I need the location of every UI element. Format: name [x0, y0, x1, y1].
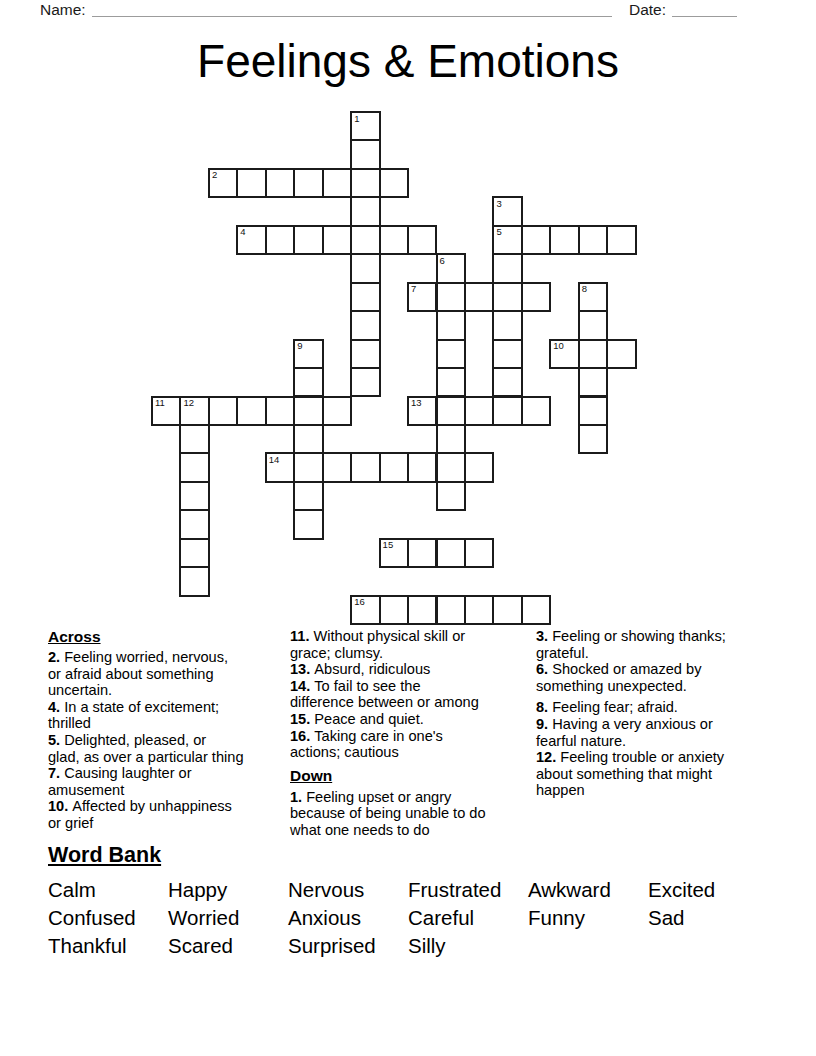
- grid-cell[interactable]: [179, 481, 209, 511]
- puzzle-title: Feelings & Emotions: [0, 33, 816, 89]
- clue-down-6: 6.Shocked or amazed by something unexpec…: [536, 661, 772, 694]
- grid-cell[interactable]: [379, 168, 409, 198]
- grid-cell[interactable]: [578, 225, 608, 255]
- grid-cell[interactable]: [407, 595, 437, 625]
- grid-cell[interactable]: [350, 225, 380, 255]
- grid-cell[interactable]: [436, 310, 466, 340]
- grid-cell[interactable]: [350, 367, 380, 397]
- grid-cell[interactable]: [179, 424, 209, 454]
- grid-cell[interactable]: [492, 310, 522, 340]
- word-bank-word: Calm: [48, 876, 168, 904]
- clue-number: 12.: [536, 749, 556, 765]
- word-bank-word: Surprised: [288, 932, 408, 960]
- grid-cell[interactable]: [236, 396, 266, 426]
- clue-across-5: 5.Delighted, pleased, or glad, as over a…: [48, 732, 290, 765]
- grid-cell[interactable]: [293, 481, 323, 511]
- clue-down-8: 8.Feeling fear; afraid.: [536, 699, 772, 716]
- grid-cell[interactable]: [179, 538, 209, 568]
- word-bank-word: Scared: [168, 932, 288, 960]
- grid-cell[interactable]: [350, 310, 380, 340]
- clue-across-7: 7.Causing laughter or amusement: [48, 765, 290, 798]
- grid-cell[interactable]: [179, 509, 209, 539]
- clue-across-2: 2.Feeling worried, nervous, or afraid ab…: [48, 649, 290, 699]
- cell-number: 8: [582, 284, 587, 294]
- cell-number: 15: [383, 540, 394, 550]
- clue-down-12: 12.Feeling trouble or anxiety about some…: [536, 749, 772, 799]
- clue-down-9: 9.Having a very anxious or fearful natur…: [536, 716, 772, 749]
- grid-cell[interactable]: [407, 538, 437, 568]
- word-bank-word: Excited: [648, 876, 768, 904]
- clue-text: Absurd, ridiculous: [314, 661, 430, 677]
- clue-across-14: 14.To fail to see the difference between…: [290, 678, 536, 711]
- clue-number: 13.: [290, 661, 310, 677]
- word-bank-section: Word Bank CalmHappyNervousFrustratedAwkw…: [48, 843, 768, 960]
- word-bank-word: Silly: [408, 932, 528, 960]
- grid-cell[interactable]: [379, 225, 409, 255]
- clue-text: Feeling fear; afraid.: [552, 699, 678, 715]
- grid-cell[interactable]: [464, 595, 494, 625]
- grid-cell[interactable]: [236, 168, 266, 198]
- grid-cell[interactable]: [379, 452, 409, 482]
- clue-text: In a state of excitement; thrilled: [48, 699, 219, 732]
- clue-number: 5.: [48, 732, 60, 748]
- clue-text: Taking care in one's actions; cautious: [290, 728, 443, 761]
- clue-across-4: 4.In a state of excitement; thrilled: [48, 699, 290, 732]
- clue-column-2: 11.Without physical skill or grace; clum…: [290, 628, 536, 839]
- grid-cell[interactable]: [350, 168, 380, 198]
- grid-cell[interactable]: [492, 339, 522, 369]
- word-bank-word: Nervous: [288, 876, 408, 904]
- clue-text: Feeling or showing thanks; grateful.: [536, 628, 726, 661]
- grid-cell[interactable]: [436, 424, 466, 454]
- clues-section: Across2.Feeling worried, nervous, or afr…: [48, 628, 772, 839]
- grid-cell[interactable]: [549, 225, 579, 255]
- date-input-line[interactable]: [672, 3, 737, 17]
- grid-cell[interactable]: [578, 396, 608, 426]
- grid-cell[interactable]: [521, 396, 551, 426]
- grid-cell[interactable]: [578, 310, 608, 340]
- clue-number: 8.: [536, 699, 548, 715]
- grid-cell[interactable]: [492, 595, 522, 625]
- grid-cell[interactable]: [265, 168, 295, 198]
- grid-cell[interactable]: [436, 595, 466, 625]
- grid-cell[interactable]: [578, 339, 608, 369]
- grid-cell[interactable]: [293, 452, 323, 482]
- cell-number: 2: [212, 170, 217, 180]
- clue-number: 7.: [48, 765, 60, 781]
- grid-cell[interactable]: [179, 566, 209, 596]
- grid-cell[interactable]: [208, 396, 238, 426]
- cell-number: 10: [553, 341, 564, 351]
- clue-down-1: 1.Feeling upset or angry because of bein…: [290, 789, 536, 839]
- grid-cell[interactable]: [521, 595, 551, 625]
- grid-cell[interactable]: [265, 396, 295, 426]
- worksheet-page: Name: Date: Feelings & Emotions 12345678…: [0, 0, 816, 1056]
- clue-across-16: 16.Taking care in one's actions; cautiou…: [290, 728, 536, 761]
- word-bank-word: Frustrated: [408, 876, 528, 904]
- clue-number: 15.: [290, 711, 310, 727]
- grid-cell[interactable]: [492, 396, 522, 426]
- grid-cell[interactable]: [322, 396, 352, 426]
- grid-cell[interactable]: [578, 367, 608, 397]
- clue-number: 9.: [536, 716, 548, 732]
- grid-cell[interactable]: [293, 225, 323, 255]
- cell-number: 3: [496, 199, 501, 209]
- clue-number: 1.: [290, 789, 302, 805]
- clue-across-10: 10.Affected by unhappiness or grief: [48, 798, 290, 831]
- clue-column-1: Across2.Feeling worried, nervous, or afr…: [48, 628, 290, 832]
- clue-text: Affected by unhappiness or grief: [48, 798, 232, 831]
- clue-across-11: 11.Without physical skill or grace; clum…: [290, 628, 536, 661]
- grid-cell[interactable]: [350, 339, 380, 369]
- clue-number: 3.: [536, 628, 548, 644]
- clue-number: 16.: [290, 728, 310, 744]
- word-bank-word: Awkward: [528, 876, 648, 904]
- grid-cell[interactable]: [407, 225, 437, 255]
- grid-cell[interactable]: [521, 282, 551, 312]
- clue-across-15: 15.Peace and quiet.: [290, 711, 536, 728]
- word-bank-word: Funny: [528, 904, 648, 932]
- cell-number: 4: [240, 227, 245, 237]
- grid-cell[interactable]: [322, 168, 352, 198]
- cell-number: 12: [183, 398, 194, 408]
- date-label: Date:: [629, 1, 666, 18]
- cell-number: 9: [297, 341, 302, 351]
- clue-down-3: 3.Feeling or showing thanks; grateful.: [536, 628, 772, 661]
- grid-cell[interactable]: [436, 282, 466, 312]
- grid-cell[interactable]: [293, 509, 323, 539]
- clue-number: 14.: [290, 678, 310, 694]
- clue-text: Having a very anxious or fearful nature.: [536, 716, 713, 749]
- clue-number: 11.: [290, 628, 309, 644]
- cell-number: 13: [411, 398, 422, 408]
- cell-number: 11: [155, 398, 165, 408]
- clue-number: 10.: [48, 798, 68, 814]
- grid-cell[interactable]: [407, 452, 437, 482]
- clue-text: Causing laughter or amusement: [48, 765, 192, 798]
- name-input-line[interactable]: [92, 3, 612, 17]
- across-heading: Across: [48, 628, 290, 646]
- grid-cell[interactable]: [350, 196, 380, 226]
- grid-cell[interactable]: [436, 339, 466, 369]
- grid-cell[interactable]: [464, 282, 494, 312]
- word-bank-list: CalmHappyNervousFrustratedAwkwardExcited…: [48, 876, 768, 960]
- grid-cell[interactable]: [464, 538, 494, 568]
- cell-number: 16: [354, 597, 365, 607]
- grid-cell[interactable]: [492, 282, 522, 312]
- grid-cell[interactable]: [379, 595, 409, 625]
- grid-cell[interactable]: [578, 424, 608, 454]
- grid-cell[interactable]: [464, 452, 494, 482]
- grid-cell[interactable]: [464, 396, 494, 426]
- grid-cell[interactable]: [179, 452, 209, 482]
- cell-number: 14: [269, 455, 280, 465]
- grid-cell[interactable]: [436, 367, 466, 397]
- grid-cell[interactable]: [350, 253, 380, 283]
- grid-cell[interactable]: [350, 139, 380, 169]
- clue-across-13: 13.Absurd, ridiculous: [290, 661, 536, 678]
- word-bank-word: Anxious: [288, 904, 408, 932]
- grid-cell[interactable]: [436, 538, 466, 568]
- grid-cell[interactable]: [436, 396, 466, 426]
- word-bank-word: Confused: [48, 904, 168, 932]
- grid-cell[interactable]: [322, 225, 352, 255]
- clue-text: Peace and quiet.: [314, 711, 424, 727]
- clue-text: Feeling trouble or anxiety about somethi…: [536, 749, 724, 798]
- grid-cell[interactable]: [265, 225, 295, 255]
- word-bank-heading: Word Bank: [48, 843, 768, 868]
- grid-cell[interactable]: [293, 168, 323, 198]
- clue-number: 2.: [48, 649, 60, 665]
- grid-cell[interactable]: [436, 481, 466, 511]
- clue-number: 6.: [536, 661, 548, 677]
- clue-text: Feeling upset or angry because of being …: [290, 789, 486, 838]
- clue-text: Delighted, pleased, or glad, as over a p…: [48, 732, 244, 765]
- grid-cell[interactable]: [350, 452, 380, 482]
- clue-text: Feeling worried, nervous, or afraid abou…: [48, 649, 228, 698]
- grid-cell[interactable]: [436, 452, 466, 482]
- crossword-grid: 12345678910111213141516: [151, 111, 639, 627]
- clue-text: Shocked or amazed by something unexpecte…: [536, 661, 701, 694]
- down-heading: Down: [290, 767, 536, 785]
- word-bank-word: Sad: [648, 904, 768, 932]
- grid-cell[interactable]: [322, 452, 352, 482]
- word-bank-word: Careful: [408, 904, 528, 932]
- grid-cell[interactable]: [492, 367, 522, 397]
- clue-number: 4.: [48, 699, 60, 715]
- grid-cell[interactable]: [293, 367, 323, 397]
- grid-cell[interactable]: [293, 424, 323, 454]
- word-bank-word: Happy: [168, 876, 288, 904]
- grid-cell[interactable]: [521, 225, 551, 255]
- clue-column-3: 3.Feeling or showing thanks; grateful.6.…: [536, 628, 772, 799]
- word-bank-word: Thankful: [48, 932, 168, 960]
- cell-number: 1: [354, 114, 359, 124]
- grid-cell[interactable]: [492, 253, 522, 283]
- cell-number: 5: [496, 227, 501, 237]
- clue-text: To fail to see the difference between or…: [290, 678, 479, 711]
- cell-number: 7: [411, 284, 416, 294]
- clue-text: Without physical skill or grace; clumsy.: [290, 628, 465, 661]
- cell-number: 6: [440, 256, 445, 266]
- name-label: Name:: [40, 1, 86, 18]
- name-date-row: Name: Date:: [40, 1, 737, 18]
- grid-cell[interactable]: [606, 339, 636, 369]
- grid-cell[interactable]: [606, 225, 636, 255]
- word-bank-word: Worried: [168, 904, 288, 932]
- grid-cell[interactable]: [350, 282, 380, 312]
- grid-cell[interactable]: [293, 396, 323, 426]
